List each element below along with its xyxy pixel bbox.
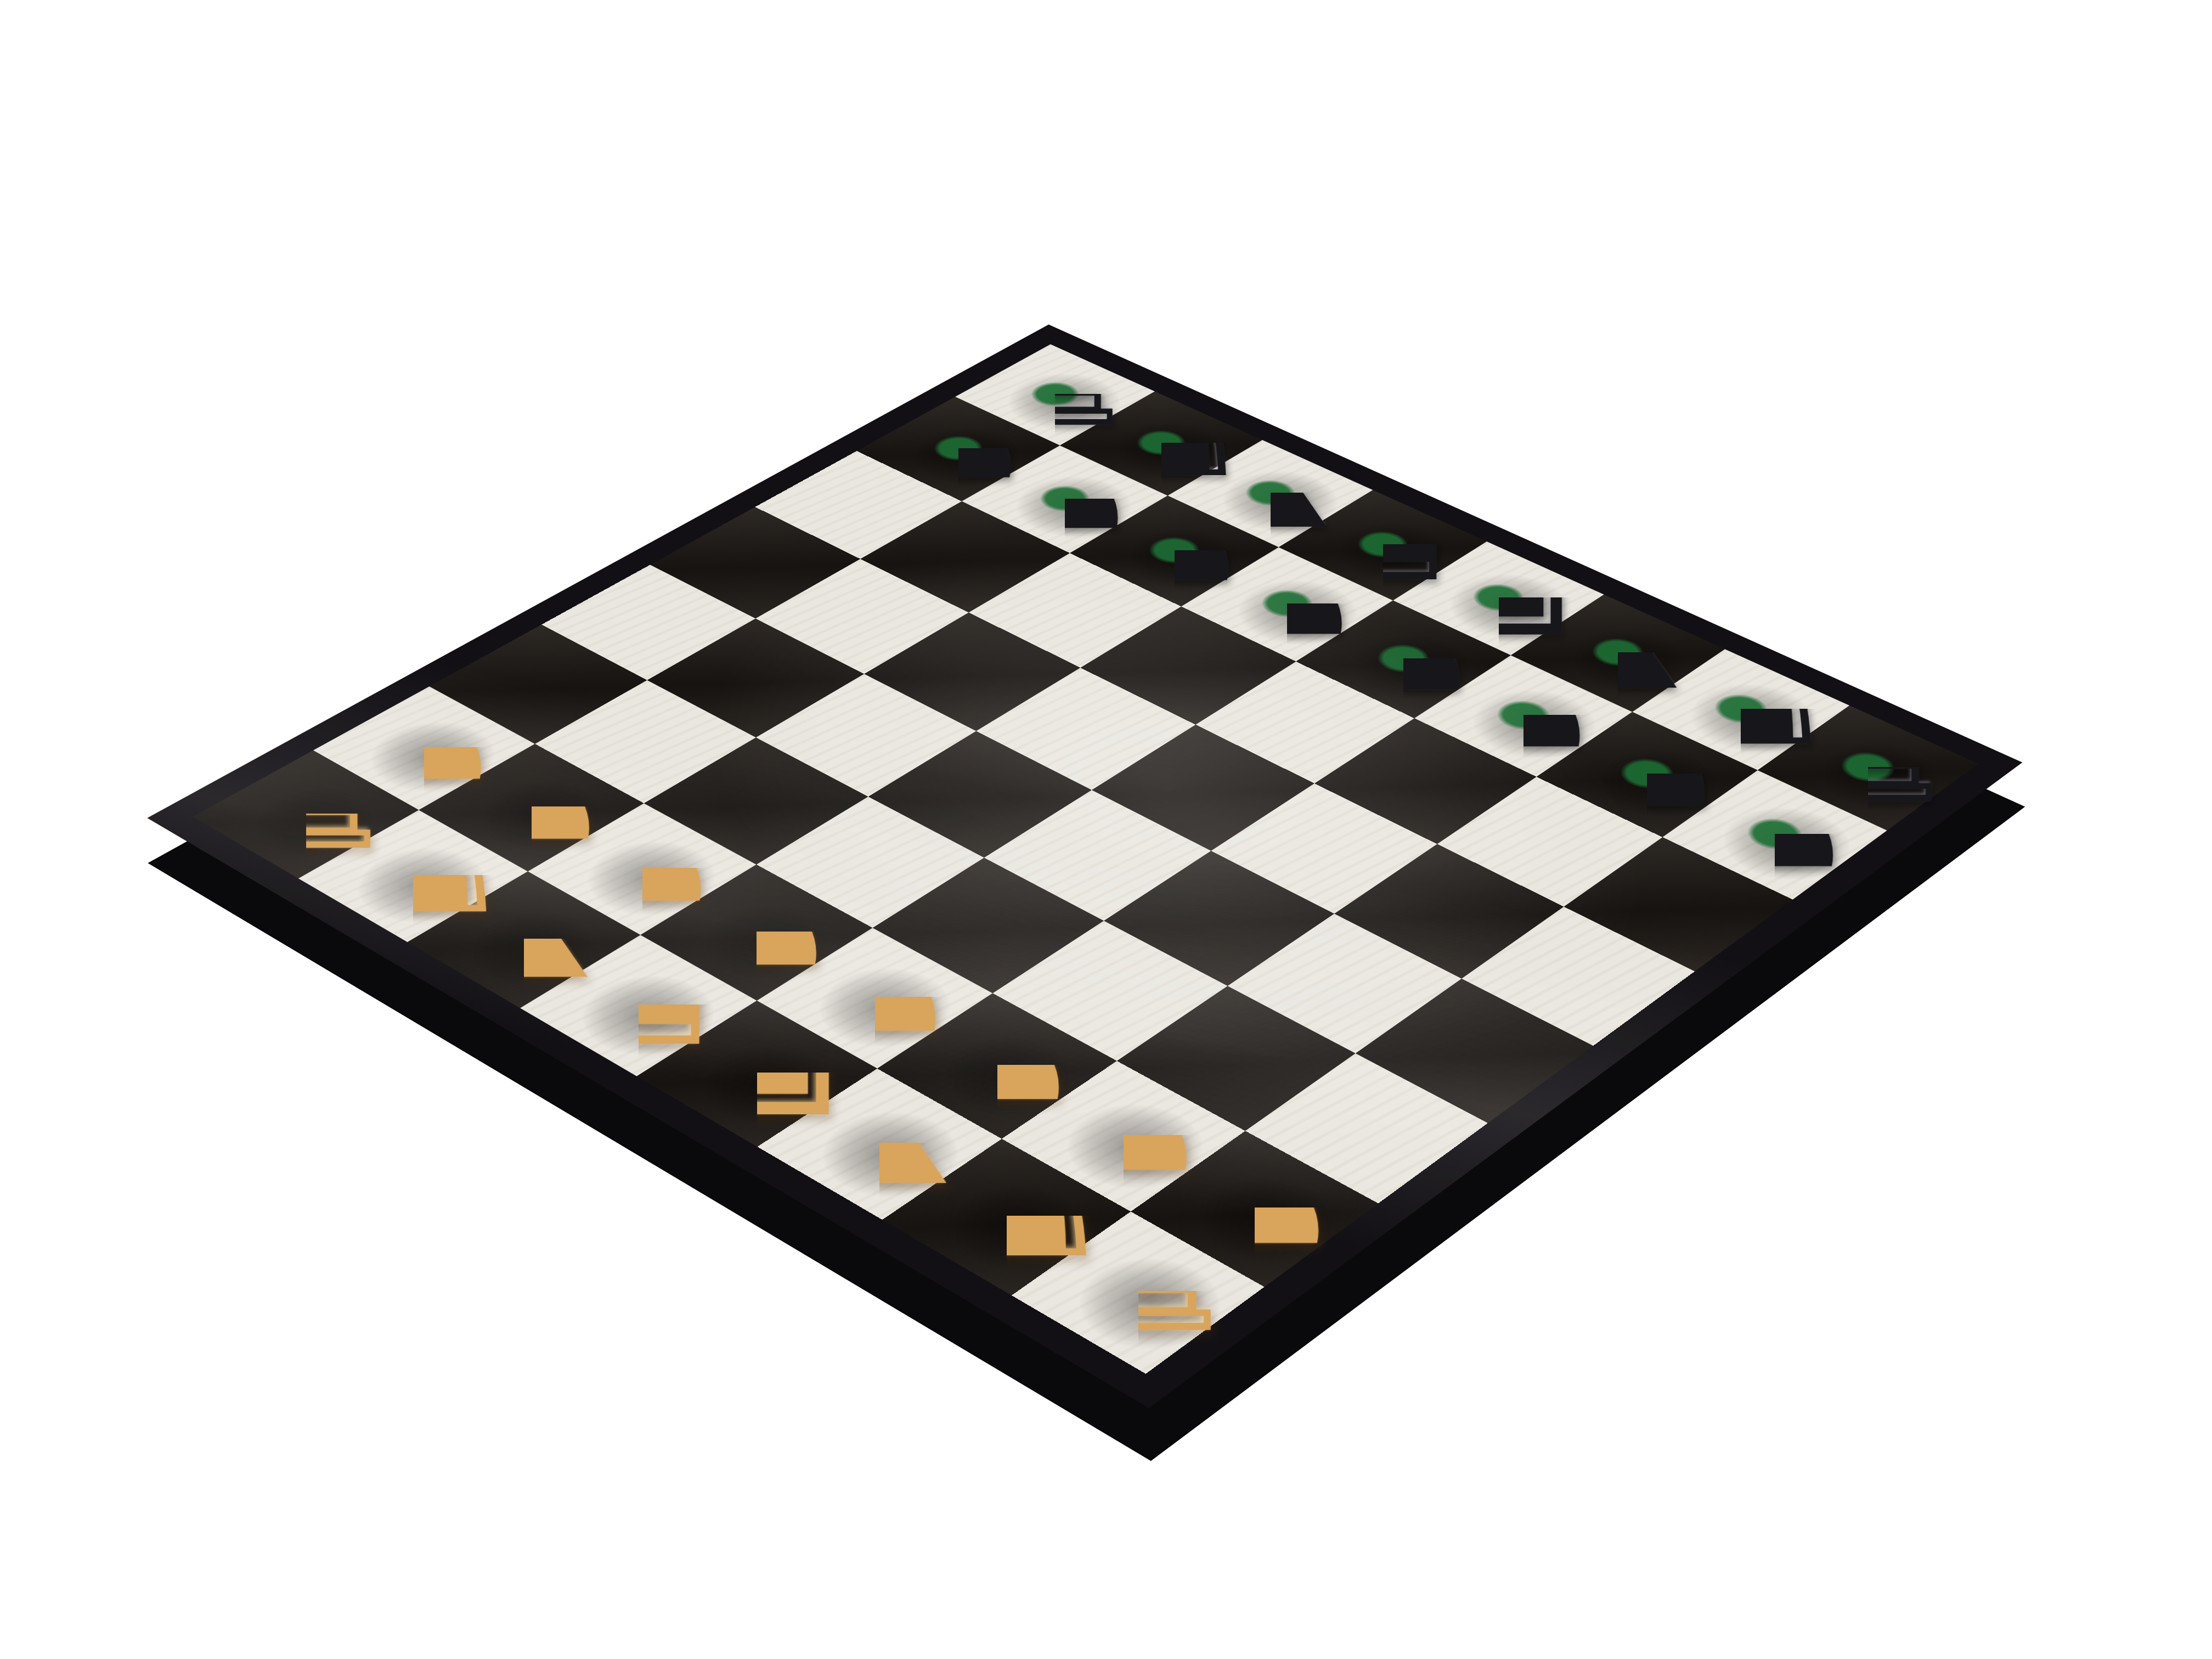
chess-board: ♜♞♝♛♚♝♞♜♟♟♟♟♟♟♟♟♟♟♟♟♟♟♟♟♜♞♝♛♚♝♞♜ [147, 325, 2022, 1408]
square-h1[interactable]: ♜ [1012, 1211, 1265, 1374]
piece-black-pawn-h7[interactable]: ♟ [1688, 702, 1861, 896]
scene: ♜♞♝♛♚♝♞♜♟♟♟♟♟♟♟♟♟♟♟♟♟♟♟♟♜♞♝♛♚♝♞♜ [0, 0, 2212, 1659]
board-squares: ♜♞♝♛♚♝♞♜♟♟♟♟♟♟♟♟♟♟♟♟♟♟♟♟♜♞♝♛♚♝♞♜ [193, 344, 1978, 1374]
